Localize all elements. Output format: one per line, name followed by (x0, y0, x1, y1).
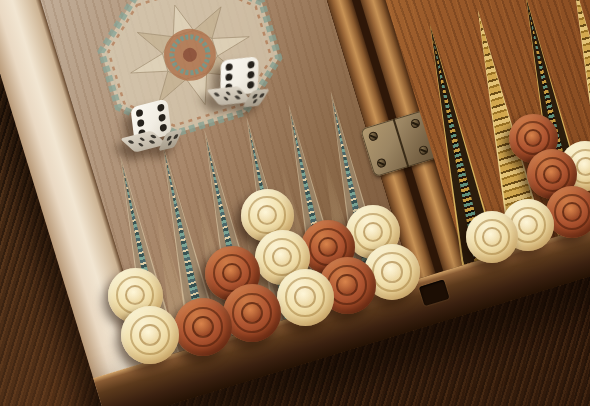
hinge-screw (376, 157, 387, 168)
die-pip (150, 134, 157, 138)
die-pip (236, 90, 242, 94)
die-pip (259, 93, 265, 97)
die-pip (138, 137, 145, 141)
cream-checker[interactable] (277, 269, 334, 326)
die-pip (252, 94, 258, 98)
die[interactable] (208, 53, 276, 121)
die-pip (247, 81, 254, 89)
hinge-seam (393, 119, 410, 167)
die-pip (127, 140, 134, 144)
die-pip (234, 95, 240, 99)
hinge-screw (368, 131, 379, 142)
die[interactable] (125, 101, 185, 161)
die-pip (247, 71, 254, 79)
die-pip (223, 97, 229, 101)
die-pip (225, 91, 231, 95)
die-pip (225, 73, 232, 81)
die-pip (136, 109, 144, 118)
die-pip (137, 119, 145, 128)
red-checker[interactable] (223, 284, 281, 342)
red-checker[interactable] (174, 298, 232, 356)
die-pip (158, 113, 166, 122)
die-pip (252, 99, 258, 103)
die-pip (157, 103, 165, 112)
die-pip (159, 123, 167, 132)
cream-checker[interactable] (121, 306, 179, 364)
die-pip (248, 61, 255, 69)
bottom-hinge-notch (419, 279, 450, 306)
hinge-screw (410, 118, 421, 129)
cream-checker[interactable] (466, 211, 518, 263)
hinge-screw (418, 145, 429, 156)
scene (0, 0, 590, 406)
die-pip (137, 143, 144, 147)
die-pip (149, 140, 156, 144)
die-pip (173, 134, 178, 139)
die-pip (226, 63, 233, 71)
die-pip (167, 141, 172, 146)
die-pip (213, 93, 219, 97)
